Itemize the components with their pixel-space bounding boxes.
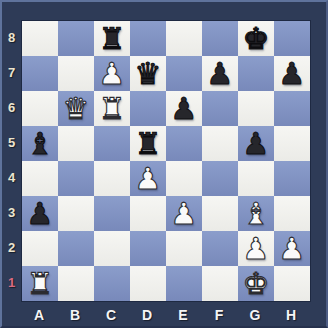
square-h5[interactable]	[274, 126, 310, 161]
square-b5[interactable]	[58, 126, 94, 161]
square-d5[interactable]: ♜	[130, 126, 166, 161]
square-e5[interactable]	[166, 126, 202, 161]
square-b7[interactable]	[58, 56, 94, 91]
rank-label-7: 7	[2, 55, 21, 90]
piece-white-queen-b6: ♛	[63, 91, 90, 126]
square-h8[interactable]	[274, 21, 310, 56]
piece-black-pawn-g5: ♟	[243, 126, 270, 161]
rank-label-5: 5	[2, 125, 21, 160]
square-a7[interactable]	[22, 56, 58, 91]
square-d7[interactable]: ♛	[130, 56, 166, 91]
file-label-e: E	[165, 304, 201, 326]
piece-black-pawn-h7: ♟	[279, 56, 306, 91]
piece-white-pawn-e3: ♟	[171, 196, 198, 231]
square-e2[interactable]	[166, 231, 202, 266]
square-c8[interactable]: ♜	[94, 21, 130, 56]
piece-black-king-g8: ♚	[243, 21, 270, 56]
file-label-h: H	[273, 304, 309, 326]
piece-black-bishop-a5: ♝	[27, 126, 54, 161]
square-b3[interactable]	[58, 196, 94, 231]
square-e3[interactable]: ♟	[166, 196, 202, 231]
file-label-f: F	[201, 304, 237, 326]
square-c4[interactable]	[94, 161, 130, 196]
square-f3[interactable]	[202, 196, 238, 231]
square-f1[interactable]	[202, 266, 238, 301]
square-f8[interactable]	[202, 21, 238, 56]
square-c7[interactable]: ♟	[94, 56, 130, 91]
square-g3[interactable]: ♝	[238, 196, 274, 231]
piece-white-pawn-h2: ♟	[279, 231, 306, 266]
piece-white-rook-a1: ♜	[27, 266, 54, 301]
square-h6[interactable]	[274, 91, 310, 126]
square-a1[interactable]: ♜	[22, 266, 58, 301]
square-d2[interactable]	[130, 231, 166, 266]
piece-black-pawn-a3: ♟	[27, 196, 54, 231]
file-label-c: C	[93, 304, 129, 326]
piece-white-pawn-g2: ♟	[243, 231, 270, 266]
square-c3[interactable]	[94, 196, 130, 231]
square-b6[interactable]: ♛	[58, 91, 94, 126]
square-e1[interactable]	[166, 266, 202, 301]
square-f6[interactable]	[202, 91, 238, 126]
rank-label-3: 3	[2, 195, 21, 230]
square-h4[interactable]	[274, 161, 310, 196]
rank-labels: 87654321	[2, 20, 21, 300]
square-d4[interactable]: ♟	[130, 161, 166, 196]
piece-black-queen-d7: ♛	[135, 56, 162, 91]
piece-black-rook-d5: ♜	[135, 126, 162, 161]
square-b4[interactable]	[58, 161, 94, 196]
file-label-g: G	[237, 304, 273, 326]
piece-black-pawn-e6: ♟	[171, 91, 198, 126]
piece-black-rook-c8: ♜	[99, 21, 126, 56]
rank-label-4: 4	[2, 160, 21, 195]
file-labels: ABCDEFGH	[21, 304, 311, 326]
square-g5[interactable]: ♟	[238, 126, 274, 161]
square-d3[interactable]	[130, 196, 166, 231]
square-a8[interactable]	[22, 21, 58, 56]
rank-label-8: 8	[2, 20, 21, 55]
rank-label-6: 6	[2, 90, 21, 125]
square-h2[interactable]: ♟	[274, 231, 310, 266]
square-f2[interactable]	[202, 231, 238, 266]
square-c1[interactable]	[94, 266, 130, 301]
square-d6[interactable]	[130, 91, 166, 126]
square-d1[interactable]	[130, 266, 166, 301]
rank-label-2: 2	[2, 230, 21, 265]
square-g6[interactable]	[238, 91, 274, 126]
piece-black-pawn-f7: ♟	[207, 56, 234, 91]
square-g4[interactable]	[238, 161, 274, 196]
piece-white-king-g1: ♚	[243, 266, 270, 301]
chess-board: ♜♚♟♛♟♟♛♜♟♝♜♟♟♟♟♝♟♟♜♚	[21, 20, 311, 302]
piece-white-bishop-g3: ♝	[243, 196, 270, 231]
square-g8[interactable]: ♚	[238, 21, 274, 56]
square-e6[interactable]: ♟	[166, 91, 202, 126]
square-h1[interactable]	[274, 266, 310, 301]
square-f7[interactable]: ♟	[202, 56, 238, 91]
square-e4[interactable]	[166, 161, 202, 196]
square-c2[interactable]	[94, 231, 130, 266]
piece-white-pawn-c7: ♟	[99, 56, 126, 91]
square-a5[interactable]: ♝	[22, 126, 58, 161]
square-a2[interactable]	[22, 231, 58, 266]
square-a4[interactable]	[22, 161, 58, 196]
square-b8[interactable]	[58, 21, 94, 56]
piece-white-rook-c6: ♜	[99, 91, 126, 126]
chess-diagram: ♜♚♟♛♟♟♛♜♟♝♜♟♟♟♟♝♟♟♜♚ 87654321 ABCDEFGH	[0, 0, 328, 328]
square-h7[interactable]: ♟	[274, 56, 310, 91]
file-label-b: B	[57, 304, 93, 326]
square-a3[interactable]: ♟	[22, 196, 58, 231]
file-label-a: A	[21, 304, 57, 326]
square-e8[interactable]	[166, 21, 202, 56]
square-e7[interactable]	[166, 56, 202, 91]
square-f5[interactable]	[202, 126, 238, 161]
square-g7[interactable]	[238, 56, 274, 91]
square-b2[interactable]	[58, 231, 94, 266]
square-g1[interactable]: ♚	[238, 266, 274, 301]
square-c6[interactable]: ♜	[94, 91, 130, 126]
square-h3[interactable]	[274, 196, 310, 231]
piece-white-pawn-d4: ♟	[135, 161, 162, 196]
file-label-d: D	[129, 304, 165, 326]
rank-label-1: 1	[2, 265, 21, 300]
square-f4[interactable]	[202, 161, 238, 196]
square-b1[interactable]	[58, 266, 94, 301]
square-g2[interactable]: ♟	[238, 231, 274, 266]
square-a6[interactable]	[22, 91, 58, 126]
square-d8[interactable]	[130, 21, 166, 56]
square-c5[interactable]	[94, 126, 130, 161]
